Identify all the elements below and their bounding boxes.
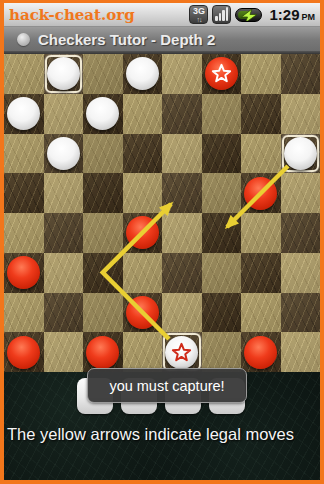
toast-message: you must capture! bbox=[87, 368, 247, 403]
square-r1c0[interactable] bbox=[4, 94, 44, 134]
square-r0c2[interactable] bbox=[83, 54, 123, 94]
square-r3c2[interactable] bbox=[83, 173, 123, 213]
square-r7c4[interactable] bbox=[162, 332, 202, 372]
square-r5c6[interactable] bbox=[241, 253, 281, 293]
square-r1c5[interactable] bbox=[202, 94, 242, 134]
square-r5c4[interactable] bbox=[162, 253, 202, 293]
square-r2c1[interactable] bbox=[44, 134, 84, 174]
red-piece[interactable] bbox=[86, 336, 119, 369]
screen: hack-cheat.org 3G ↑↓ 1:29 PM bbox=[4, 3, 320, 480]
square-r5c7[interactable] bbox=[281, 253, 321, 293]
square-r6c0[interactable] bbox=[4, 293, 44, 333]
3g-data-icon: 3G ↑↓ bbox=[189, 5, 208, 24]
square-r4c3[interactable] bbox=[123, 213, 163, 253]
battery-charging-icon bbox=[235, 8, 262, 22]
square-r7c0[interactable] bbox=[4, 332, 44, 372]
carrier-watermark: hack-cheat.org bbox=[9, 6, 135, 24]
square-r7c2[interactable] bbox=[83, 332, 123, 372]
square-r3c0[interactable] bbox=[4, 173, 44, 213]
square-r4c7[interactable] bbox=[281, 213, 321, 253]
square-r6c3[interactable] bbox=[123, 293, 163, 333]
square-r3c6[interactable] bbox=[241, 173, 281, 213]
square-r5c3[interactable] bbox=[123, 253, 163, 293]
status-icons: 3G ↑↓ 1:29 PM bbox=[189, 5, 315, 24]
square-r3c4[interactable] bbox=[162, 173, 202, 213]
square-r1c1[interactable] bbox=[44, 94, 84, 134]
square-r4c4[interactable] bbox=[162, 213, 202, 253]
square-r4c0[interactable] bbox=[4, 213, 44, 253]
red-piece[interactable] bbox=[7, 336, 40, 369]
white-piece[interactable] bbox=[47, 57, 80, 90]
square-r1c6[interactable] bbox=[241, 94, 281, 134]
square-r3c7[interactable] bbox=[281, 173, 321, 213]
white-king[interactable] bbox=[165, 336, 198, 369]
white-piece[interactable] bbox=[126, 57, 159, 90]
square-r2c0[interactable] bbox=[4, 134, 44, 174]
square-r1c2[interactable] bbox=[83, 94, 123, 134]
red-piece[interactable] bbox=[126, 216, 159, 249]
white-piece[interactable] bbox=[7, 97, 40, 130]
square-r5c2[interactable] bbox=[83, 253, 123, 293]
square-r2c5[interactable] bbox=[202, 134, 242, 174]
square-r0c4[interactable] bbox=[162, 54, 202, 94]
square-r5c1[interactable] bbox=[44, 253, 84, 293]
square-r6c5[interactable] bbox=[202, 293, 242, 333]
red-piece[interactable] bbox=[7, 256, 40, 289]
title-bar: Checkers Tutor - Depth 2 bbox=[4, 27, 320, 51]
status-bar: hack-cheat.org 3G ↑↓ 1:29 PM bbox=[4, 3, 320, 27]
red-king[interactable] bbox=[205, 57, 238, 90]
square-r5c5[interactable] bbox=[202, 253, 242, 293]
square-r4c2[interactable] bbox=[83, 213, 123, 253]
square-r6c6[interactable] bbox=[241, 293, 281, 333]
app-dot-icon bbox=[17, 33, 30, 46]
square-r2c3[interactable] bbox=[123, 134, 163, 174]
square-r0c5[interactable] bbox=[202, 54, 242, 94]
square-r1c4[interactable] bbox=[162, 94, 202, 134]
square-r0c6[interactable] bbox=[241, 54, 281, 94]
square-r0c0[interactable] bbox=[4, 54, 44, 94]
red-piece[interactable] bbox=[244, 336, 277, 369]
square-r6c7[interactable] bbox=[281, 293, 321, 333]
square-r0c3[interactable] bbox=[123, 54, 163, 94]
data-arrows-icon: ↑↓ bbox=[196, 16, 201, 23]
hint-text: The yellow arrows indicate legal moves bbox=[7, 425, 294, 444]
square-r7c5[interactable] bbox=[202, 332, 242, 372]
square-r5c0[interactable] bbox=[4, 253, 44, 293]
square-r7c1[interactable] bbox=[44, 332, 84, 372]
square-r3c5[interactable] bbox=[202, 173, 242, 213]
square-r0c1[interactable] bbox=[44, 54, 84, 94]
square-r2c2[interactable] bbox=[83, 134, 123, 174]
white-piece[interactable] bbox=[47, 137, 80, 170]
square-r2c6[interactable] bbox=[241, 134, 281, 174]
white-piece[interactable] bbox=[86, 97, 119, 130]
square-r1c3[interactable] bbox=[123, 94, 163, 134]
square-r3c1[interactable] bbox=[44, 173, 84, 213]
white-piece[interactable] bbox=[284, 137, 317, 170]
square-r4c6[interactable] bbox=[241, 213, 281, 253]
square-r2c7[interactable] bbox=[281, 134, 321, 174]
square-r6c2[interactable] bbox=[83, 293, 123, 333]
square-r0c7[interactable] bbox=[281, 54, 321, 94]
clock: 1:29 PM bbox=[269, 6, 315, 23]
square-r7c3[interactable] bbox=[123, 332, 163, 372]
phone-screenshot: hack-cheat.org 3G ↑↓ 1:29 PM bbox=[0, 0, 324, 484]
square-r7c7[interactable] bbox=[281, 332, 321, 372]
red-piece[interactable] bbox=[244, 177, 277, 210]
square-r7c6[interactable] bbox=[241, 332, 281, 372]
square-r6c4[interactable] bbox=[162, 293, 202, 333]
square-r1c7[interactable] bbox=[281, 94, 321, 134]
king-star-icon bbox=[211, 63, 232, 84]
signal-strength-icon bbox=[212, 5, 231, 24]
lightning-bolt-icon bbox=[236, 9, 262, 22]
checkers-board bbox=[4, 54, 320, 372]
square-r3c3[interactable] bbox=[123, 173, 163, 213]
square-r6c1[interactable] bbox=[44, 293, 84, 333]
page-title: Checkers Tutor - Depth 2 bbox=[38, 31, 215, 48]
king-star-icon bbox=[171, 342, 192, 363]
square-r2c4[interactable] bbox=[162, 134, 202, 174]
red-piece[interactable] bbox=[126, 296, 159, 329]
square-r4c5[interactable] bbox=[202, 213, 242, 253]
square-r4c1[interactable] bbox=[44, 213, 84, 253]
